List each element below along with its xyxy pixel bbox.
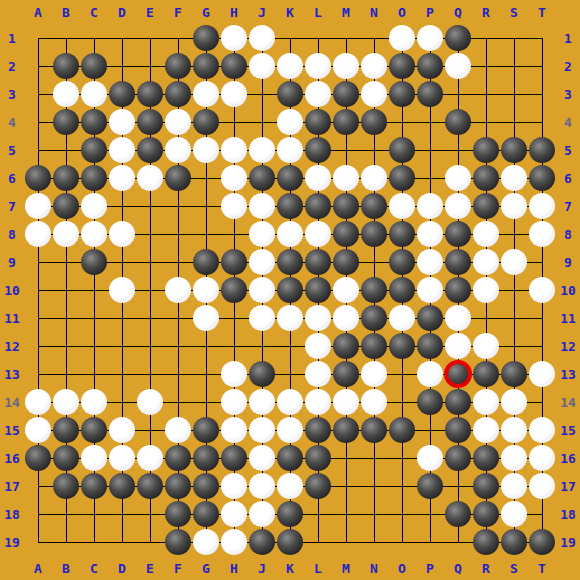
stone-black-K18[interactable] [277, 501, 303, 527]
point-K18[interactable] [276, 500, 304, 528]
point-E19[interactable] [136, 528, 164, 556]
point-F13[interactable] [164, 360, 192, 388]
point-E2[interactable] [136, 52, 164, 80]
point-B13[interactable] [52, 360, 80, 388]
stone-black-C4[interactable] [81, 109, 107, 135]
stone-white-O1[interactable] [389, 25, 415, 51]
point-L16[interactable] [304, 444, 332, 472]
point-F14[interactable] [164, 388, 192, 416]
point-B1[interactable] [52, 24, 80, 52]
stone-black-K3[interactable] [277, 81, 303, 107]
point-A6[interactable] [24, 164, 52, 192]
point-F7[interactable] [164, 192, 192, 220]
stone-white-R9[interactable] [473, 249, 499, 275]
point-J2[interactable] [248, 52, 276, 80]
point-P5[interactable] [416, 136, 444, 164]
point-R6[interactable] [472, 164, 500, 192]
point-F1[interactable] [164, 24, 192, 52]
stone-black-Q1[interactable] [445, 25, 471, 51]
stone-white-Q11[interactable] [445, 305, 471, 331]
point-T3[interactable] [528, 80, 556, 108]
stone-white-D5[interactable] [109, 137, 135, 163]
stone-white-J11[interactable] [249, 305, 275, 331]
point-E9[interactable] [136, 248, 164, 276]
stone-white-S14[interactable] [501, 389, 527, 415]
stone-black-L9[interactable] [305, 249, 331, 275]
point-A16[interactable] [24, 444, 52, 472]
point-C3[interactable] [80, 80, 108, 108]
stone-black-L5[interactable] [305, 137, 331, 163]
point-L12[interactable] [304, 332, 332, 360]
point-E13[interactable] [136, 360, 164, 388]
stone-black-P3[interactable] [417, 81, 443, 107]
stone-black-L16[interactable] [305, 445, 331, 471]
stone-white-R14[interactable] [473, 389, 499, 415]
stone-black-B4[interactable] [53, 109, 79, 135]
point-D16[interactable] [108, 444, 136, 472]
point-L8[interactable] [304, 220, 332, 248]
stone-black-E17[interactable] [137, 473, 163, 499]
point-N12[interactable] [360, 332, 388, 360]
point-O18[interactable] [388, 500, 416, 528]
stone-black-R6[interactable] [473, 165, 499, 191]
point-O8[interactable] [388, 220, 416, 248]
point-M11[interactable] [332, 304, 360, 332]
stone-white-N14[interactable] [361, 389, 387, 415]
point-S9[interactable] [500, 248, 528, 276]
point-O12[interactable] [388, 332, 416, 360]
stone-white-T7[interactable] [529, 193, 555, 219]
stone-black-Q9[interactable] [445, 249, 471, 275]
stone-white-P9[interactable] [417, 249, 443, 275]
stone-black-O8[interactable] [389, 221, 415, 247]
stone-white-K4[interactable] [277, 109, 303, 135]
stone-black-N7[interactable] [361, 193, 387, 219]
stone-black-S19[interactable] [501, 529, 527, 555]
point-C6[interactable] [80, 164, 108, 192]
point-K16[interactable] [276, 444, 304, 472]
point-E10[interactable] [136, 276, 164, 304]
point-R13[interactable] [472, 360, 500, 388]
stone-white-L2[interactable] [305, 53, 331, 79]
point-S4[interactable] [500, 108, 528, 136]
point-H18[interactable] [220, 500, 248, 528]
point-K10[interactable] [276, 276, 304, 304]
point-D1[interactable] [108, 24, 136, 52]
point-T10[interactable] [528, 276, 556, 304]
point-E18[interactable] [136, 500, 164, 528]
point-M5[interactable] [332, 136, 360, 164]
point-J18[interactable] [248, 500, 276, 528]
point-G5[interactable] [192, 136, 220, 164]
point-Q12[interactable] [444, 332, 472, 360]
stone-white-S15[interactable] [501, 417, 527, 443]
point-P15[interactable] [416, 416, 444, 444]
point-L18[interactable] [304, 500, 332, 528]
stone-black-K9[interactable] [277, 249, 303, 275]
point-E6[interactable] [136, 164, 164, 192]
stone-black-F16[interactable] [165, 445, 191, 471]
point-C4[interactable] [80, 108, 108, 136]
point-B12[interactable] [52, 332, 80, 360]
stone-white-R15[interactable] [473, 417, 499, 443]
stone-black-G2[interactable] [193, 53, 219, 79]
stone-white-P13[interactable] [417, 361, 443, 387]
stone-black-T19[interactable] [529, 529, 555, 555]
point-B18[interactable] [52, 500, 80, 528]
stone-white-K15[interactable] [277, 417, 303, 443]
point-J6[interactable] [248, 164, 276, 192]
point-J8[interactable] [248, 220, 276, 248]
point-T14[interactable] [528, 388, 556, 416]
point-K15[interactable] [276, 416, 304, 444]
point-S14[interactable] [500, 388, 528, 416]
stone-white-B3[interactable] [53, 81, 79, 107]
stone-white-O11[interactable] [389, 305, 415, 331]
point-O4[interactable] [388, 108, 416, 136]
stone-black-L17[interactable] [305, 473, 331, 499]
point-L5[interactable] [304, 136, 332, 164]
point-G18[interactable] [192, 500, 220, 528]
point-R5[interactable] [472, 136, 500, 164]
point-T17[interactable] [528, 472, 556, 500]
point-P4[interactable] [416, 108, 444, 136]
stone-black-F19[interactable] [165, 529, 191, 555]
point-D5[interactable] [108, 136, 136, 164]
point-C7[interactable] [80, 192, 108, 220]
point-L2[interactable] [304, 52, 332, 80]
stone-white-K5[interactable] [277, 137, 303, 163]
stone-white-J16[interactable] [249, 445, 275, 471]
point-E11[interactable] [136, 304, 164, 332]
point-O16[interactable] [388, 444, 416, 472]
stone-white-L11[interactable] [305, 305, 331, 331]
stone-black-O10[interactable] [389, 277, 415, 303]
point-G7[interactable] [192, 192, 220, 220]
point-H12[interactable] [220, 332, 248, 360]
stone-white-M10[interactable] [333, 277, 359, 303]
point-F18[interactable] [164, 500, 192, 528]
stone-white-H5[interactable] [221, 137, 247, 163]
point-L6[interactable] [304, 164, 332, 192]
stone-black-K10[interactable] [277, 277, 303, 303]
stone-black-E3[interactable] [137, 81, 163, 107]
stone-white-H19[interactable] [221, 529, 247, 555]
point-L1[interactable] [304, 24, 332, 52]
point-F11[interactable] [164, 304, 192, 332]
point-S17[interactable] [500, 472, 528, 500]
point-P6[interactable] [416, 164, 444, 192]
stone-white-D16[interactable] [109, 445, 135, 471]
point-K5[interactable] [276, 136, 304, 164]
stone-white-F4[interactable] [165, 109, 191, 135]
point-D8[interactable] [108, 220, 136, 248]
point-R10[interactable] [472, 276, 500, 304]
point-Q17[interactable] [444, 472, 472, 500]
point-F9[interactable] [164, 248, 192, 276]
point-B17[interactable] [52, 472, 80, 500]
point-K19[interactable] [276, 528, 304, 556]
stone-black-R16[interactable] [473, 445, 499, 471]
point-P12[interactable] [416, 332, 444, 360]
point-G3[interactable] [192, 80, 220, 108]
point-D7[interactable] [108, 192, 136, 220]
point-E17[interactable] [136, 472, 164, 500]
stone-white-N13[interactable] [361, 361, 387, 387]
stone-black-G16[interactable] [193, 445, 219, 471]
point-J11[interactable] [248, 304, 276, 332]
point-H9[interactable] [220, 248, 248, 276]
stone-black-H2[interactable] [221, 53, 247, 79]
stone-white-G5[interactable] [193, 137, 219, 163]
point-T1[interactable] [528, 24, 556, 52]
point-Q4[interactable] [444, 108, 472, 136]
point-P1[interactable] [416, 24, 444, 52]
point-O7[interactable] [388, 192, 416, 220]
point-A2[interactable] [24, 52, 52, 80]
point-A8[interactable] [24, 220, 52, 248]
stone-white-G10[interactable] [193, 277, 219, 303]
point-F17[interactable] [164, 472, 192, 500]
stone-black-N12[interactable] [361, 333, 387, 359]
point-P8[interactable] [416, 220, 444, 248]
stone-white-H15[interactable] [221, 417, 247, 443]
stone-black-L7[interactable] [305, 193, 331, 219]
stone-black-Q15[interactable] [445, 417, 471, 443]
point-A15[interactable] [24, 416, 52, 444]
point-M15[interactable] [332, 416, 360, 444]
point-D6[interactable] [108, 164, 136, 192]
point-Q7[interactable] [444, 192, 472, 220]
point-H5[interactable] [220, 136, 248, 164]
point-C11[interactable] [80, 304, 108, 332]
stone-white-C3[interactable] [81, 81, 107, 107]
point-G14[interactable] [192, 388, 220, 416]
point-C10[interactable] [80, 276, 108, 304]
point-H1[interactable] [220, 24, 248, 52]
point-E5[interactable] [136, 136, 164, 164]
point-T4[interactable] [528, 108, 556, 136]
stone-white-H13[interactable] [221, 361, 247, 387]
point-C14[interactable] [80, 388, 108, 416]
point-N16[interactable] [360, 444, 388, 472]
point-K9[interactable] [276, 248, 304, 276]
point-O6[interactable] [388, 164, 416, 192]
point-R19[interactable] [472, 528, 500, 556]
point-L19[interactable] [304, 528, 332, 556]
stone-white-J5[interactable] [249, 137, 275, 163]
stone-black-G1[interactable] [193, 25, 219, 51]
point-D4[interactable] [108, 108, 136, 136]
point-Q5[interactable] [444, 136, 472, 164]
point-M6[interactable] [332, 164, 360, 192]
point-S16[interactable] [500, 444, 528, 472]
stone-white-E14[interactable] [137, 389, 163, 415]
stone-black-O6[interactable] [389, 165, 415, 191]
point-F12[interactable] [164, 332, 192, 360]
point-C2[interactable] [80, 52, 108, 80]
stone-black-K19[interactable] [277, 529, 303, 555]
point-S5[interactable] [500, 136, 528, 164]
point-O5[interactable] [388, 136, 416, 164]
point-D13[interactable] [108, 360, 136, 388]
stone-black-G18[interactable] [193, 501, 219, 527]
point-N7[interactable] [360, 192, 388, 220]
point-J7[interactable] [248, 192, 276, 220]
point-E1[interactable] [136, 24, 164, 52]
point-B10[interactable] [52, 276, 80, 304]
point-E4[interactable] [136, 108, 164, 136]
point-K12[interactable] [276, 332, 304, 360]
point-O19[interactable] [388, 528, 416, 556]
point-S19[interactable] [500, 528, 528, 556]
point-R18[interactable] [472, 500, 500, 528]
stone-white-T10[interactable] [529, 277, 555, 303]
stone-black-B16[interactable] [53, 445, 79, 471]
point-M16[interactable] [332, 444, 360, 472]
point-O3[interactable] [388, 80, 416, 108]
point-D11[interactable] [108, 304, 136, 332]
point-Q13[interactable] [444, 360, 472, 388]
point-J1[interactable] [248, 24, 276, 52]
point-P10[interactable] [416, 276, 444, 304]
point-H3[interactable] [220, 80, 248, 108]
point-O15[interactable] [388, 416, 416, 444]
point-N8[interactable] [360, 220, 388, 248]
stone-white-H17[interactable] [221, 473, 247, 499]
point-R12[interactable] [472, 332, 500, 360]
stone-white-M2[interactable] [333, 53, 359, 79]
stone-white-H1[interactable] [221, 25, 247, 51]
stone-white-M11[interactable] [333, 305, 359, 331]
point-K6[interactable] [276, 164, 304, 192]
stone-white-G11[interactable] [193, 305, 219, 331]
point-L9[interactable] [304, 248, 332, 276]
point-H15[interactable] [220, 416, 248, 444]
point-D12[interactable] [108, 332, 136, 360]
point-Q18[interactable] [444, 500, 472, 528]
stone-white-T15[interactable] [529, 417, 555, 443]
stone-black-G9[interactable] [193, 249, 219, 275]
point-Q14[interactable] [444, 388, 472, 416]
stone-white-J2[interactable] [249, 53, 275, 79]
point-B2[interactable] [52, 52, 80, 80]
point-P7[interactable] [416, 192, 444, 220]
stone-white-E16[interactable] [137, 445, 163, 471]
stone-white-L13[interactable] [305, 361, 331, 387]
point-R8[interactable] [472, 220, 500, 248]
point-R7[interactable] [472, 192, 500, 220]
point-S8[interactable] [500, 220, 528, 248]
stone-black-M3[interactable] [333, 81, 359, 107]
point-J16[interactable] [248, 444, 276, 472]
stone-white-Q2[interactable] [445, 53, 471, 79]
point-G4[interactable] [192, 108, 220, 136]
stone-black-F6[interactable] [165, 165, 191, 191]
stone-black-F17[interactable] [165, 473, 191, 499]
point-J13[interactable] [248, 360, 276, 388]
point-F2[interactable] [164, 52, 192, 80]
point-S7[interactable] [500, 192, 528, 220]
point-M19[interactable] [332, 528, 360, 556]
stone-black-F3[interactable] [165, 81, 191, 107]
stone-white-P1[interactable] [417, 25, 443, 51]
stone-black-O12[interactable] [389, 333, 415, 359]
stone-white-A8[interactable] [25, 221, 51, 247]
point-Q11[interactable] [444, 304, 472, 332]
point-Q2[interactable] [444, 52, 472, 80]
point-J17[interactable] [248, 472, 276, 500]
stone-white-R10[interactable] [473, 277, 499, 303]
point-M7[interactable] [332, 192, 360, 220]
stone-black-H16[interactable] [221, 445, 247, 471]
point-M17[interactable] [332, 472, 360, 500]
point-G13[interactable] [192, 360, 220, 388]
stone-white-D4[interactable] [109, 109, 135, 135]
stone-black-N15[interactable] [361, 417, 387, 443]
stone-black-D17[interactable] [109, 473, 135, 499]
point-D14[interactable] [108, 388, 136, 416]
point-H17[interactable] [220, 472, 248, 500]
point-A11[interactable] [24, 304, 52, 332]
point-K1[interactable] [276, 24, 304, 52]
point-F16[interactable] [164, 444, 192, 472]
stone-white-K2[interactable] [277, 53, 303, 79]
point-N1[interactable] [360, 24, 388, 52]
stone-black-Q14[interactable] [445, 389, 471, 415]
point-D19[interactable] [108, 528, 136, 556]
stone-black-S13[interactable] [501, 361, 527, 387]
point-L14[interactable] [304, 388, 332, 416]
point-H8[interactable] [220, 220, 248, 248]
point-F19[interactable] [164, 528, 192, 556]
stone-white-J18[interactable] [249, 501, 275, 527]
point-H14[interactable] [220, 388, 248, 416]
point-M10[interactable] [332, 276, 360, 304]
point-A14[interactable] [24, 388, 52, 416]
point-C18[interactable] [80, 500, 108, 528]
stone-black-Q8[interactable] [445, 221, 471, 247]
stone-black-K6[interactable] [277, 165, 303, 191]
point-B4[interactable] [52, 108, 80, 136]
stone-white-S7[interactable] [501, 193, 527, 219]
stone-white-B14[interactable] [53, 389, 79, 415]
stone-white-J10[interactable] [249, 277, 275, 303]
stone-black-B17[interactable] [53, 473, 79, 499]
point-J19[interactable] [248, 528, 276, 556]
point-T16[interactable] [528, 444, 556, 472]
stone-black-R19[interactable] [473, 529, 499, 555]
stone-black-P12[interactable] [417, 333, 443, 359]
point-G2[interactable] [192, 52, 220, 80]
point-K13[interactable] [276, 360, 304, 388]
stone-black-R17[interactable] [473, 473, 499, 499]
point-F3[interactable] [164, 80, 192, 108]
point-F8[interactable] [164, 220, 192, 248]
stone-black-N8[interactable] [361, 221, 387, 247]
point-S12[interactable] [500, 332, 528, 360]
point-T12[interactable] [528, 332, 556, 360]
stone-black-Q18[interactable] [445, 501, 471, 527]
point-J14[interactable] [248, 388, 276, 416]
stone-black-A16[interactable] [25, 445, 51, 471]
point-J12[interactable] [248, 332, 276, 360]
stone-white-C7[interactable] [81, 193, 107, 219]
point-Q6[interactable] [444, 164, 472, 192]
point-Q8[interactable] [444, 220, 472, 248]
point-L7[interactable] [304, 192, 332, 220]
point-D10[interactable] [108, 276, 136, 304]
